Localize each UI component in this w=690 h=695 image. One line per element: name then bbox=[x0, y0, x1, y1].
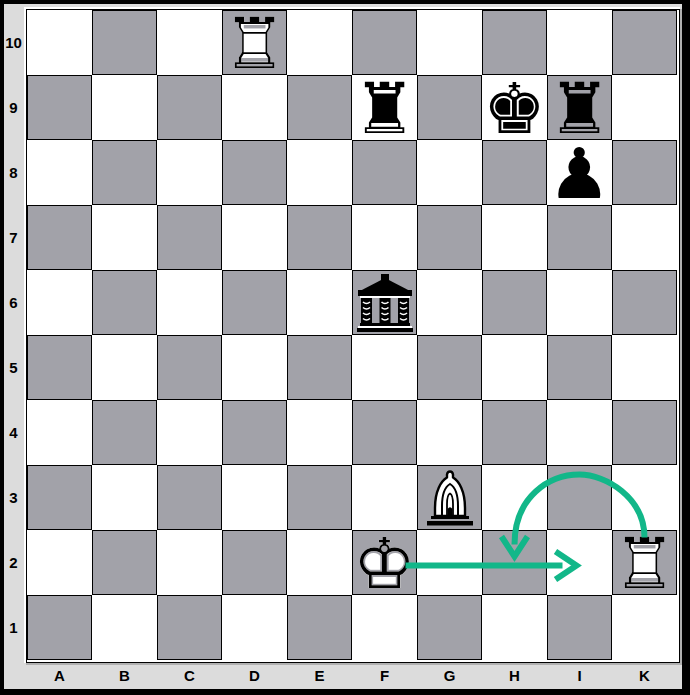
piece-white-king-F2[interactable]: ♚♔ bbox=[352, 530, 417, 595]
piece-white-rook-D10[interactable]: ♜♖ bbox=[222, 10, 287, 75]
pagoda-icon bbox=[423, 470, 477, 526]
piece-white-pagoda-G3[interactable] bbox=[417, 465, 482, 530]
temple-icon bbox=[357, 274, 413, 332]
piece-black-rook-F9[interactable]: ♜ bbox=[352, 75, 417, 140]
rook-glyph: ♜ bbox=[352, 77, 417, 142]
piece-black-king-H9[interactable]: ♚ bbox=[482, 75, 547, 140]
board-frame: 10987654321 ABCDEFGHIK ♜♖♜♚♜♟♚♔♜♖ bbox=[0, 0, 690, 695]
pieces-layer: ♜♖♜♚♜♟♚♔♜♖ bbox=[0, 0, 690, 695]
piece-black-temple-F6[interactable] bbox=[352, 270, 417, 335]
piece-black-pawn-I8[interactable]: ♟ bbox=[547, 140, 612, 205]
rook-glyph-outline: ♖ bbox=[222, 12, 287, 77]
piece-black-rook-I9[interactable]: ♜ bbox=[547, 75, 612, 140]
king-glyph-outline: ♔ bbox=[352, 532, 417, 597]
pawn-glyph: ♟ bbox=[547, 142, 612, 207]
piece-white-rook-K2[interactable]: ♜♖ bbox=[612, 530, 677, 595]
king-glyph: ♚ bbox=[482, 77, 547, 142]
rook-glyph-outline: ♖ bbox=[612, 532, 677, 597]
